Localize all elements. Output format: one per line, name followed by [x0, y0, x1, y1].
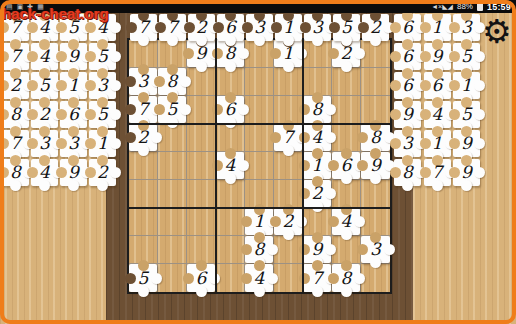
- piece-digit: 9: [461, 135, 472, 152]
- grid-cell-r9c1[interactable]: 5: [129, 264, 158, 292]
- grid-cell-r2c9[interactable]: [361, 68, 390, 96]
- tray-piece-7[interactable]: 7: [424, 159, 451, 186]
- piece-digit: 6: [402, 77, 413, 94]
- tray-piece-2[interactable]: 2: [31, 101, 58, 128]
- tray-piece-9[interactable]: 9: [394, 101, 421, 128]
- placed-piece-9[interactable]: 9: [361, 152, 390, 179]
- tray-piece-9[interactable]: 9: [453, 130, 480, 157]
- tray-piece-3[interactable]: 3: [89, 72, 116, 99]
- tray-piece-1[interactable]: 1: [60, 72, 87, 99]
- piece-digit: 6: [402, 48, 413, 65]
- piece-digit: 7: [138, 101, 149, 118]
- piece-digit: 9: [196, 45, 207, 62]
- tray-piece-2[interactable]: 2: [362, 14, 389, 41]
- tray-piece-1[interactable]: 1: [424, 14, 451, 41]
- piece-digit: 2: [341, 45, 352, 62]
- battery-icon: [477, 2, 483, 11]
- settings-gear-icon[interactable]: ⚙: [482, 15, 512, 48]
- piece-tab-bottom: [196, 286, 207, 297]
- tray-piece-1[interactable]: 1: [453, 72, 480, 99]
- piece-tab-bottom: [341, 286, 352, 297]
- piece-tab-right: [110, 22, 121, 33]
- signal-icon: ◢: [448, 3, 453, 10]
- grid-cell-r9c5[interactable]: 4: [245, 264, 274, 292]
- piece-tab-bottom: [312, 286, 323, 297]
- piece-tab-right: [238, 48, 249, 59]
- grid-cell-r5c9[interactable]: 9: [361, 152, 390, 180]
- piece-digit: 1: [68, 77, 79, 94]
- piece-tab-right: [384, 244, 395, 255]
- piece-digit: 9: [68, 48, 79, 65]
- piece-digit: 8: [10, 106, 21, 123]
- piece-digit: 3: [254, 19, 265, 36]
- piece-tab-right: [110, 109, 121, 120]
- grid-cell-r4c3[interactable]: [187, 124, 216, 152]
- tray-piece-5[interactable]: 5: [89, 43, 116, 70]
- piece-digit: 1: [432, 135, 443, 152]
- grid-cell-r5c1[interactable]: [129, 152, 158, 180]
- piece-tab-right: [354, 48, 365, 59]
- tray-piece-3[interactable]: 3: [31, 130, 58, 157]
- piece-digit: 6: [225, 101, 236, 118]
- piece-tab-right: [325, 132, 336, 143]
- grid-cell-r9c9[interactable]: [361, 264, 390, 292]
- piece-digit: 1: [283, 45, 294, 62]
- piece-digit: 6: [341, 157, 352, 174]
- piece-digit: 2: [138, 129, 149, 146]
- piece-digit: 9: [432, 48, 443, 65]
- grid-cell-r4c1[interactable]: 2: [129, 124, 158, 152]
- tray-piece-6[interactable]: 6: [424, 72, 451, 99]
- placed-piece-9[interactable]: 9: [303, 236, 331, 263]
- piece-digit: 7: [283, 129, 294, 146]
- piece-digit: 6: [68, 106, 79, 123]
- placed-piece-2[interactable]: 2: [303, 180, 331, 207]
- placed-piece-8[interactable]: 8: [303, 96, 331, 123]
- tray-piece-9[interactable]: 9: [424, 43, 451, 70]
- piece-tab-right: [110, 138, 121, 149]
- piece-tab-right: [325, 244, 336, 255]
- block-line-horizontal: [129, 207, 390, 209]
- placed-piece-6[interactable]: 6: [216, 96, 244, 123]
- piece-digit: 7: [138, 19, 149, 36]
- placed-piece-1[interactable]: 1: [245, 208, 273, 235]
- piece-digit: 5: [167, 101, 178, 118]
- grid-cell-r6c2[interactable]: [158, 180, 187, 208]
- tray-piece-4[interactable]: 4: [31, 159, 58, 186]
- grid-cell-r2c8[interactable]: [332, 68, 361, 96]
- mute-icon: ◄×: [431, 3, 442, 10]
- piece-digit: 1: [97, 135, 108, 152]
- piece-digit: 8: [341, 270, 352, 287]
- placed-piece-8[interactable]: 8: [245, 236, 273, 263]
- grid-cell-r5c5[interactable]: [245, 152, 274, 180]
- tray-piece-8[interactable]: 8: [394, 159, 421, 186]
- grid-cell-r2c6[interactable]: [274, 68, 303, 96]
- piece-digit: 6: [402, 19, 413, 36]
- tray-piece-2[interactable]: 2: [89, 159, 116, 186]
- tray-piece-5[interactable]: 5: [31, 72, 58, 99]
- tray-piece-4[interactable]: 4: [31, 43, 58, 70]
- piece-tab-right: [474, 167, 485, 178]
- placed-piece-5[interactable]: 5: [158, 96, 186, 123]
- tray-piece-5[interactable]: 5: [333, 14, 360, 41]
- clock: 15:59: [487, 2, 511, 12]
- grid-cell-r3c4[interactable]: 6: [216, 96, 245, 124]
- grid-cell-r7c2[interactable]: [158, 208, 187, 236]
- piece-digit: 2: [370, 19, 381, 36]
- watermark-text: hack-cheat.org: [2, 5, 109, 22]
- grid-cell-r5c2[interactable]: [158, 152, 187, 180]
- grid-cell-r6c3[interactable]: [187, 180, 216, 208]
- piece-digit: 2: [312, 185, 323, 202]
- piece-digit: 2: [97, 164, 108, 181]
- piece-tab-right: [151, 132, 162, 143]
- piece-tab-right: [110, 51, 121, 62]
- placed-piece-5[interactable]: 5: [129, 264, 157, 292]
- grid-cell-r3c5[interactable]: [245, 96, 274, 124]
- tray-piece-5[interactable]: 5: [89, 101, 116, 128]
- tray-piece-6[interactable]: 6: [394, 43, 421, 70]
- placed-piece-6[interactable]: 6: [332, 152, 360, 179]
- battery-percent: 88%: [457, 2, 473, 11]
- tray-piece-9[interactable]: 9: [453, 159, 480, 186]
- block-line-vertical: [302, 40, 304, 292]
- piece-digit: 4: [341, 213, 352, 230]
- piece-digit: 9: [370, 157, 381, 174]
- piece-digit: 7: [167, 19, 178, 36]
- piece-digit: 1: [432, 19, 443, 36]
- piece-digit: 3: [312, 19, 323, 36]
- piece-digit: 1: [312, 157, 323, 174]
- placed-piece-4[interactable]: 4: [332, 208, 360, 235]
- piece-digit: 5: [461, 106, 472, 123]
- piece-digit: 9: [461, 164, 472, 181]
- tray-piece-1[interactable]: 1: [424, 130, 451, 157]
- tray-piece-6[interactable]: 6: [394, 72, 421, 99]
- tray-piece-7[interactable]: 7: [2, 130, 29, 157]
- status-right-cluster: ◄×◣◢ 88% 15:59: [431, 2, 511, 12]
- piece-tab-right: [325, 104, 336, 115]
- block-line-horizontal: [129, 123, 390, 125]
- grid-cell-r4c2[interactable]: [158, 124, 187, 152]
- tray-piece-2[interactable]: 2: [188, 14, 215, 41]
- piece-tab-right: [325, 188, 336, 199]
- grid-cell-r7c3[interactable]: [187, 208, 216, 236]
- grid-cell-r8c2[interactable]: [158, 236, 187, 264]
- piece-digit: 5: [39, 77, 50, 94]
- piece-tab-right: [354, 216, 365, 227]
- piece-digit: 8: [312, 101, 323, 118]
- grid-cell-r3c2[interactable]: 5: [158, 96, 187, 124]
- piece-digit: 2: [10, 77, 21, 94]
- piece-digit: 3: [402, 135, 413, 152]
- piece-digit: 8: [10, 164, 21, 181]
- grid-cell-r8c9[interactable]: 3: [361, 236, 390, 264]
- piece-tab-bottom: [138, 286, 149, 297]
- piece-digit: 4: [39, 164, 50, 181]
- tray-piece-9[interactable]: 9: [60, 159, 87, 186]
- piece-digit: 4: [39, 48, 50, 65]
- grid-cell-r6c9[interactable]: [361, 180, 390, 208]
- piece-digit: 7: [312, 270, 323, 287]
- piece-digit: 5: [97, 48, 108, 65]
- tray-piece-3[interactable]: 3: [60, 130, 87, 157]
- piece-digit: 2: [196, 19, 207, 36]
- placed-piece-1[interactable]: 1: [303, 152, 331, 179]
- placed-piece-3[interactable]: 3: [129, 68, 157, 95]
- tray-piece-3[interactable]: 3: [304, 14, 331, 41]
- tray-piece-2[interactable]: 2: [2, 72, 29, 99]
- grid-cell-r7c8[interactable]: 4: [332, 208, 361, 236]
- status-right-icons: ◄×◣◢: [431, 2, 453, 11]
- piece-tab-right: [474, 51, 485, 62]
- piece-digit: 4: [312, 129, 323, 146]
- tray-piece-1[interactable]: 1: [89, 130, 116, 157]
- piece-digit: 5: [461, 48, 472, 65]
- piece-digit: 5: [341, 19, 352, 36]
- tray-piece-3[interactable]: 3: [246, 14, 273, 41]
- tray-piece-7[interactable]: 7: [2, 43, 29, 70]
- grid-cell-r7c1[interactable]: [129, 208, 158, 236]
- piece-digit: 1: [461, 77, 472, 94]
- piece-digit: 7: [10, 48, 21, 65]
- placed-piece-3[interactable]: 3: [361, 236, 390, 263]
- piece-tab-right: [151, 273, 162, 284]
- grid-cell-r2c3[interactable]: [187, 68, 216, 96]
- piece-digit: 4: [225, 157, 236, 174]
- app-screen: ▤▣✚▦ ◄×◣◢ 88% 15:59 hack-cheat.org 74547…: [0, 0, 516, 324]
- piece-digit: 9: [68, 164, 79, 181]
- tray-piece-8[interactable]: 8: [2, 159, 29, 186]
- piece-digit: 1: [254, 213, 265, 230]
- sudoku-board: 981238756827484169212489356478: [127, 38, 392, 294]
- placed-piece-4[interactable]: 4: [303, 124, 331, 151]
- grid-cell-r3c8[interactable]: [332, 96, 361, 124]
- piece-digit: 6: [432, 77, 443, 94]
- placed-piece-2[interactable]: 2: [129, 124, 157, 151]
- tray-piece-3[interactable]: 3: [394, 130, 421, 157]
- piece-digit: 3: [68, 135, 79, 152]
- piece-tab-right: [238, 160, 249, 171]
- placed-piece-7[interactable]: 7: [303, 264, 331, 292]
- piece-digit: 8: [402, 164, 413, 181]
- grid-cell-r5c4[interactable]: 4: [216, 152, 245, 180]
- piece-digit: 3: [370, 241, 381, 258]
- placed-piece-4[interactable]: 4: [245, 264, 273, 292]
- tray-piece-9[interactable]: 9: [60, 43, 87, 70]
- tray-piece-5[interactable]: 5: [453, 43, 480, 70]
- tray-piece-4[interactable]: 4: [424, 101, 451, 128]
- block-line-vertical: [215, 40, 217, 292]
- piece-digit: 3: [97, 77, 108, 94]
- tray-piece-5[interactable]: 5: [453, 101, 480, 128]
- placed-piece-4[interactable]: 4: [216, 152, 244, 179]
- piece-tab-right: [267, 244, 278, 255]
- piece-digit: 5: [97, 106, 108, 123]
- placed-piece-8[interactable]: 8: [361, 124, 390, 151]
- tray-piece-7[interactable]: 7: [130, 14, 157, 41]
- placed-piece-8[interactable]: 8: [332, 264, 360, 292]
- tray-piece-6[interactable]: 6: [394, 14, 421, 41]
- grid-cell-r9c8[interactable]: 8: [332, 264, 361, 292]
- piece-digit: 6: [225, 19, 236, 36]
- piece-digit: 8: [254, 241, 265, 258]
- grid-cell-r6c7[interactable]: 2: [303, 180, 332, 208]
- piece-digit: 8: [225, 45, 236, 62]
- piece-tab-right: [180, 76, 191, 87]
- piece-digit: 6: [196, 270, 207, 287]
- piece-digit: 2: [283, 213, 294, 230]
- piece-digit: 1: [283, 19, 294, 36]
- placed-piece-7[interactable]: 7: [274, 124, 302, 151]
- piece-tab-right: [238, 104, 249, 115]
- piece-digit: 5: [138, 270, 149, 287]
- piece-tab-right: [474, 109, 485, 120]
- piece-digit: 3: [461, 19, 472, 36]
- tray-piece-6[interactable]: 6: [60, 101, 87, 128]
- grid-cell-r2c5[interactable]: [245, 68, 274, 96]
- placed-piece-2[interactable]: 2: [274, 208, 302, 235]
- tray-piece-3[interactable]: 3: [453, 14, 480, 41]
- piece-digit: 9: [312, 241, 323, 258]
- piece-digit: 4: [254, 270, 265, 287]
- piece-tab-right: [267, 273, 278, 284]
- tray-piece-1[interactable]: 1: [275, 14, 302, 41]
- piece-tab-right: [354, 273, 365, 284]
- piece-digit: 9: [402, 106, 413, 123]
- piece-digit: 8: [370, 129, 381, 146]
- tray-piece-6[interactable]: 6: [217, 14, 244, 41]
- piece-digit: 8: [167, 73, 178, 90]
- piece-tab-right: [474, 80, 485, 91]
- grid-cell-r7c6[interactable]: 2: [274, 208, 303, 236]
- piece-tab-right: [110, 80, 121, 91]
- piece-digit: 3: [39, 135, 50, 152]
- piece-tab-right: [474, 138, 485, 149]
- placed-piece-6[interactable]: 6: [187, 264, 215, 292]
- placed-piece-7[interactable]: 7: [129, 96, 157, 123]
- piece-digit: 3: [138, 73, 149, 90]
- grid-cell-r6c4[interactable]: [216, 180, 245, 208]
- piece-digit: 2: [39, 106, 50, 123]
- piece-digit: 7: [432, 164, 443, 181]
- piece-tab-right: [180, 104, 191, 115]
- grid-cell-r6c1[interactable]: [129, 180, 158, 208]
- piece-tab-right: [110, 167, 121, 178]
- piece-tab-bottom: [254, 286, 265, 297]
- grid-cell-r9c3[interactable]: 6: [187, 264, 216, 292]
- piece-digit: 4: [432, 106, 443, 123]
- tray-piece-8[interactable]: 8: [2, 101, 29, 128]
- piece-digit: 7: [10, 135, 21, 152]
- tray-piece-7[interactable]: 7: [159, 14, 186, 41]
- placed-piece-8[interactable]: 8: [158, 68, 186, 95]
